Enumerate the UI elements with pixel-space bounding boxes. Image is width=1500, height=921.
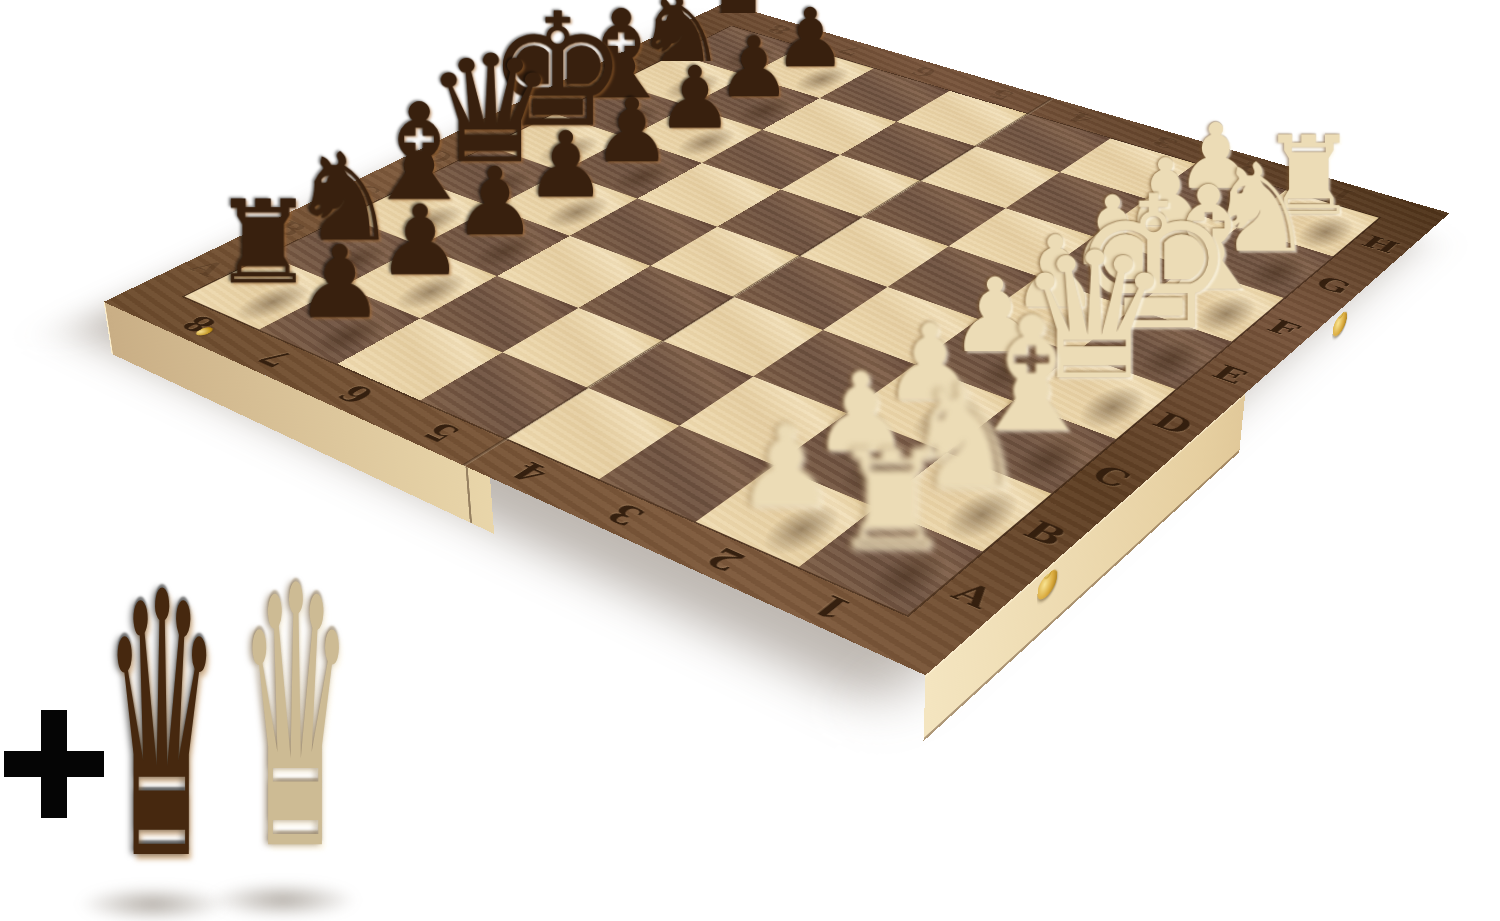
file-label-d: D bbox=[1146, 408, 1201, 439]
rank-label-2: 2 bbox=[697, 542, 754, 577]
rank-label-7: 7 bbox=[249, 345, 302, 372]
rank-label-far-5: 5 bbox=[982, 86, 1020, 103]
file-label-b: B bbox=[1016, 515, 1075, 551]
brass-clasp-icon bbox=[1332, 308, 1348, 340]
file-label-f: F bbox=[1261, 315, 1306, 341]
rank-label-far-6: 6 bbox=[905, 64, 943, 81]
rank-label-far-4: 4 bbox=[1062, 109, 1101, 127]
brass-clasp-icon bbox=[1037, 565, 1058, 605]
white-pawn-a2: ♟ bbox=[735, 410, 837, 524]
plus-icon bbox=[4, 710, 104, 818]
file-label-h: H bbox=[1356, 232, 1405, 257]
board-grid: ♜♞♝♛♚♝♞♜♟♟♟♟♟♟♟♟♟♟♟♟♟♟♟♟♜♞♝♛♚♝♞♜ bbox=[184, 26, 1378, 615]
white-rook-a1: ♜ bbox=[829, 431, 953, 570]
rank-label-4: 4 bbox=[503, 457, 558, 488]
rank-label-5: 5 bbox=[414, 418, 468, 448]
rank-label-1: 1 bbox=[803, 588, 860, 625]
black-pawn-b7: ♟ bbox=[376, 192, 463, 289]
file-label-c: C bbox=[1084, 460, 1138, 493]
file-label-g: G bbox=[1310, 272, 1358, 298]
product-photo-canvas: ♜♞♝♛♚♝♞♜♟♟♟♟♟♟♟♟♟♟♟♟♟♟♟♟♜♞♝♛♚♝♞♜ 1122334… bbox=[0, 0, 1500, 921]
file-label-e: E bbox=[1206, 360, 1255, 388]
rank-label-6: 6 bbox=[330, 380, 384, 408]
black-pawn-a7: ♟ bbox=[295, 232, 385, 332]
extra-light-queen: ♛ bbox=[238, 540, 353, 900]
rank-label-3: 3 bbox=[598, 498, 654, 531]
file-label-a: A bbox=[944, 576, 1003, 614]
extra-dark-queen: ♛ bbox=[103, 546, 221, 911]
black-pawn-c7: ♟ bbox=[453, 155, 537, 249]
